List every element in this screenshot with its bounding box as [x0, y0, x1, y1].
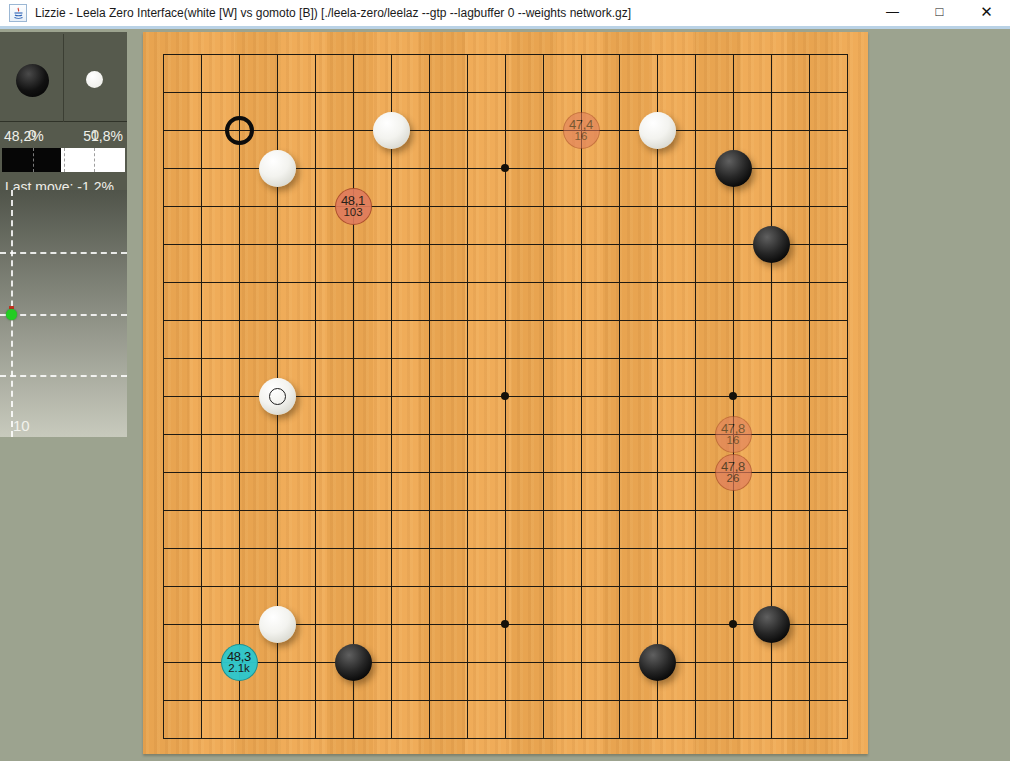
stone-black-R4	[753, 606, 790, 643]
window-controls: — □ ✕	[869, 0, 1010, 26]
lizzie-window: Lizzie - Leela Zero Interface(white [W] …	[0, 0, 1010, 761]
white-stone-icon	[86, 71, 103, 88]
stone-white-D4	[259, 606, 296, 643]
winrate-graph[interactable]: 10	[0, 190, 127, 437]
suggestion-winrate: 48,1	[341, 194, 365, 207]
suggestion-visits: 16	[727, 435, 740, 447]
suggestion-visits: 16	[575, 131, 588, 143]
white-winrate-label: 51,8%	[83, 128, 123, 144]
minimize-button[interactable]: —	[869, 0, 916, 26]
suggestion-winrate: 47,8	[721, 460, 745, 473]
suggestion-Q8[interactable]: 47,826	[715, 454, 752, 491]
graph-gridline-75	[0, 375, 127, 377]
java-app-icon	[9, 4, 27, 22]
winrate-tick-25	[33, 148, 34, 172]
stone-white-O17	[639, 112, 676, 149]
stone-black-R14	[753, 226, 790, 263]
go-board[interactable]: 48,32.1k48,110347,41647,81647,826	[143, 32, 868, 754]
star-point-K16	[501, 164, 509, 172]
graph-gridline-50	[0, 314, 127, 316]
next-move-circle-C17	[225, 116, 254, 145]
suggestion-visits: 26	[727, 473, 740, 485]
maximize-button[interactable]: □	[916, 0, 963, 26]
capture-panel: 0 0	[0, 32, 127, 122]
star-point-Q10	[729, 392, 737, 400]
suggestion-visits: 2.1k	[228, 663, 250, 675]
suggestion-winrate: 47,8	[721, 422, 745, 435]
capture-panel-divider	[63, 34, 64, 122]
stone-white-D10	[259, 378, 296, 415]
board-grid[interactable]: 48,32.1k48,110347,41647,81647,826	[144, 35, 866, 757]
black-winrate-label: 48,2%	[4, 128, 44, 144]
star-point-K4	[501, 620, 509, 628]
titlebar: Lizzie - Leela Zero Interface(white [W] …	[0, 0, 1010, 29]
stone-white-G17	[373, 112, 410, 149]
winrate-tick-50	[64, 148, 65, 172]
graph-current-winrate-dot	[6, 309, 17, 320]
winrate-bar-black	[2, 148, 61, 172]
star-point-Q4	[729, 620, 737, 628]
suggestion-Q9[interactable]: 47,816	[715, 416, 752, 453]
winrate-tick-75	[94, 148, 95, 172]
stone-black-Q16	[715, 150, 752, 187]
graph-move-number: 10	[13, 417, 30, 434]
black-stone-icon	[16, 64, 49, 97]
stone-black-F3	[335, 644, 372, 681]
suggestion-winrate: 48,3	[227, 650, 251, 663]
suggestion-winrate: 47,4	[569, 118, 593, 131]
analysis-sidebar: 0 0 48,2% 51,8% Last move: -1,2% 10	[0, 32, 127, 437]
stone-black-O3	[639, 644, 676, 681]
java-coffee-cup-icon	[12, 7, 25, 20]
suggestion-visits: 103	[343, 207, 362, 219]
suggestion-M17[interactable]: 47,416	[563, 112, 600, 149]
stone-white-D16	[259, 150, 296, 187]
winrate-bar	[2, 148, 125, 172]
window-title: Lizzie - Leela Zero Interface(white [W] …	[35, 6, 631, 20]
suggestion-F15[interactable]: 48,1103	[335, 188, 372, 225]
last-move-marker	[269, 388, 286, 405]
star-point-K10	[501, 392, 509, 400]
close-button[interactable]: ✕	[963, 0, 1010, 26]
suggestion-C3[interactable]: 48,32.1k	[221, 644, 258, 681]
graph-gridline-25	[0, 252, 127, 254]
